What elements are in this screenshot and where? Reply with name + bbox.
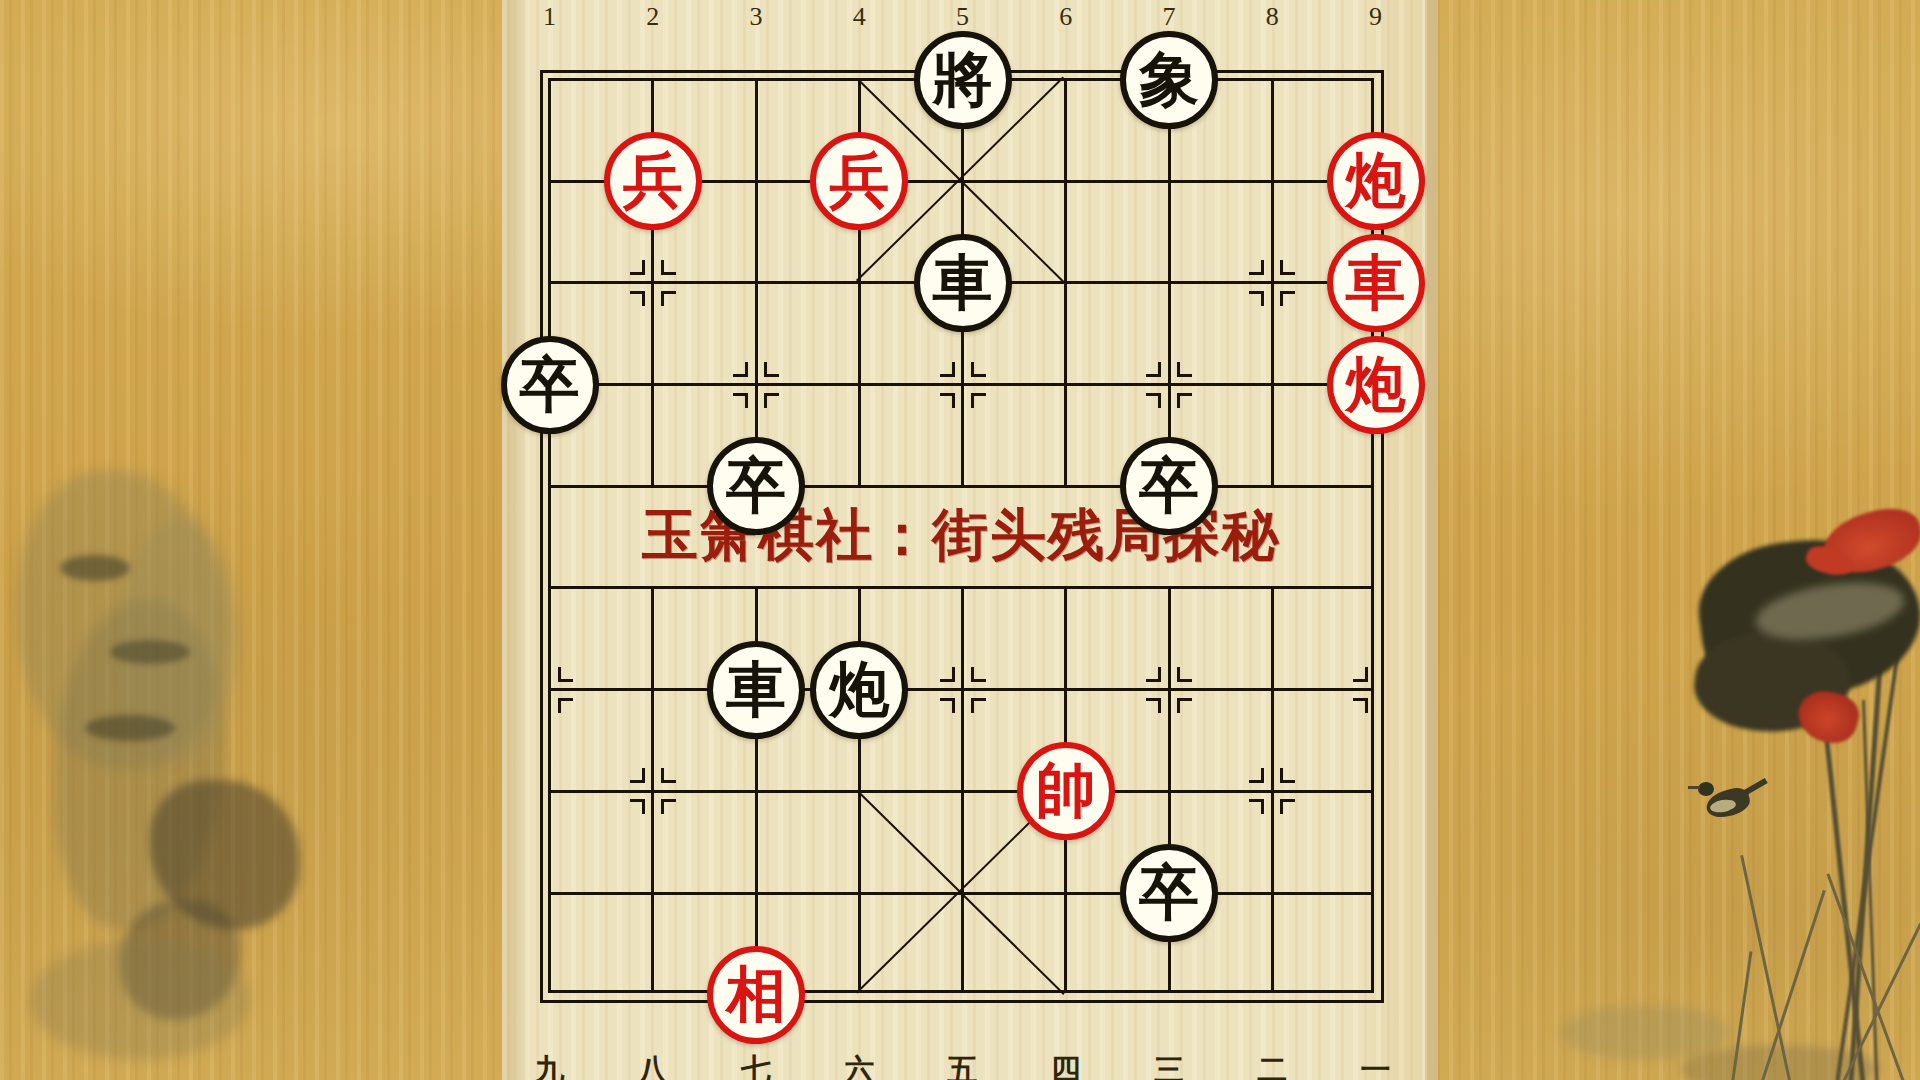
ink-tree [85,715,175,741]
bird-beak [1688,786,1700,789]
file-label-top: 4 [839,2,879,32]
xiangqi-board[interactable]: 123456789九八七六五四三二一 玉箫棋社：街头残局探秘 將象兵兵炮車車卒炮… [548,78,1374,993]
red-pawn[interactable]: 兵 [604,132,702,230]
board-cell [755,790,858,892]
file-label-top: 7 [1149,2,1189,32]
black-pawn[interactable]: 卒 [707,437,805,535]
file-label-top: 6 [1046,2,1086,32]
red-pawn[interactable]: 兵 [810,132,908,230]
file-label-bottom: 四 [1046,1050,1086,1080]
black-general[interactable]: 將 [914,31,1012,129]
red-cannon[interactable]: 炮 [1327,132,1425,230]
board-cell [858,892,961,994]
mountain-wash [30,940,250,1060]
board-cell [1064,180,1167,282]
red-cannon[interactable]: 炮 [1327,336,1425,434]
file-label-bottom: 二 [1252,1050,1292,1080]
bird-icon [1698,778,1768,838]
file-label-bottom: 九 [530,1050,570,1080]
file-label-bottom: 一 [1356,1050,1396,1080]
ink-tree [110,640,190,664]
board-cell [1271,892,1374,994]
ink-tree [60,555,130,581]
file-label-top: 8 [1252,2,1292,32]
file-label-bottom: 八 [633,1050,673,1080]
file-label-top: 2 [633,2,673,32]
board-cell [548,892,651,994]
black-pawn[interactable]: 卒 [501,336,599,434]
red-elephant[interactable]: 相 [707,946,805,1044]
black-chariot[interactable]: 車 [914,234,1012,332]
black-elephant[interactable]: 象 [1120,31,1218,129]
file-label-top: 1 [530,2,570,32]
red-chariot[interactable]: 車 [1327,234,1425,332]
bird-head [1698,782,1714,796]
black-pawn[interactable]: 卒 [1120,437,1218,535]
black-chariot[interactable]: 車 [707,641,805,739]
file-label-top: 9 [1356,2,1396,32]
file-label-bottom: 七 [736,1050,776,1080]
red-general[interactable]: 帥 [1017,742,1115,840]
black-pawn[interactable]: 卒 [1120,844,1218,942]
file-label-bottom: 五 [943,1050,983,1080]
file-label-bottom: 六 [839,1050,879,1080]
file-label-top: 5 [943,2,983,32]
black-cannon[interactable]: 炮 [810,641,908,739]
lily-pad [1560,1005,1730,1060]
file-label-bottom: 三 [1149,1050,1189,1080]
file-label-top: 3 [736,2,776,32]
banner-text: 玉箫棋社：街头残局探秘 [548,498,1374,574]
